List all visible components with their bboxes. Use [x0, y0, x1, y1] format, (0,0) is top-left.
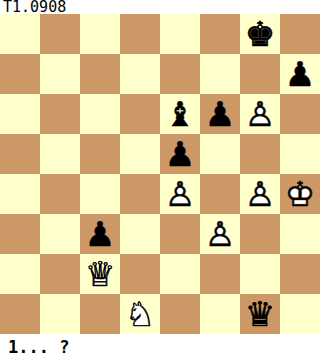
- square-a1[interactable]: [0, 294, 40, 334]
- square-c6[interactable]: [80, 94, 120, 134]
- chess-board: ♚♟♝♟♟♙♟♟♙♟♙♚♔♟♟♙♛♕♞♘♛: [0, 14, 320, 334]
- square-f7[interactable]: [200, 54, 240, 94]
- white-knight-piece: ♞♘: [120, 294, 160, 334]
- square-c2[interactable]: ♛♕: [80, 254, 120, 294]
- black-queen-piece: ♛: [240, 294, 280, 334]
- black-pawn-piece: ♟: [200, 94, 240, 134]
- black-bishop-piece: ♝: [160, 94, 200, 134]
- square-h8[interactable]: [280, 14, 320, 54]
- square-g2[interactable]: [240, 254, 280, 294]
- white-pawn-piece: ♟♙: [240, 94, 280, 134]
- square-b3[interactable]: [40, 214, 80, 254]
- square-e5[interactable]: ♟: [160, 134, 200, 174]
- square-d4[interactable]: [120, 174, 160, 214]
- square-f1[interactable]: [200, 294, 240, 334]
- white-pawn-piece: ♟♙: [160, 174, 200, 214]
- square-d5[interactable]: [120, 134, 160, 174]
- black-pawn-piece: ♟: [160, 134, 200, 174]
- square-f3[interactable]: ♟♙: [200, 214, 240, 254]
- square-f8[interactable]: [200, 14, 240, 54]
- square-b7[interactable]: [40, 54, 80, 94]
- square-b4[interactable]: [40, 174, 80, 214]
- white-queen-piece: ♛♕: [80, 254, 120, 294]
- square-b8[interactable]: [40, 14, 80, 54]
- black-pawn-piece: ♟: [280, 54, 320, 94]
- white-pawn-piece: ♟♙: [240, 174, 280, 214]
- square-a2[interactable]: [0, 254, 40, 294]
- square-e7[interactable]: [160, 54, 200, 94]
- square-g6[interactable]: ♟♙: [240, 94, 280, 134]
- puzzle-id: T1.0908: [0, 0, 320, 14]
- white-king-piece: ♚♔: [280, 174, 320, 214]
- square-a5[interactable]: [0, 134, 40, 174]
- square-d2[interactable]: [120, 254, 160, 294]
- black-pawn-piece: ♟: [80, 214, 120, 254]
- black-king-piece: ♚: [240, 14, 280, 54]
- square-c8[interactable]: [80, 14, 120, 54]
- square-e2[interactable]: [160, 254, 200, 294]
- square-b1[interactable]: [40, 294, 80, 334]
- square-c5[interactable]: [80, 134, 120, 174]
- square-b6[interactable]: [40, 94, 80, 134]
- square-b2[interactable]: [40, 254, 80, 294]
- square-a7[interactable]: [0, 54, 40, 94]
- square-e1[interactable]: [160, 294, 200, 334]
- square-c1[interactable]: [80, 294, 120, 334]
- square-d8[interactable]: [120, 14, 160, 54]
- square-h4[interactable]: ♚♔: [280, 174, 320, 214]
- square-h5[interactable]: [280, 134, 320, 174]
- square-d1[interactable]: ♞♘: [120, 294, 160, 334]
- square-c7[interactable]: [80, 54, 120, 94]
- square-a8[interactable]: [0, 14, 40, 54]
- white-pawn-piece: ♟♙: [200, 214, 240, 254]
- square-b5[interactable]: [40, 134, 80, 174]
- square-a6[interactable]: [0, 94, 40, 134]
- square-h3[interactable]: [280, 214, 320, 254]
- square-g8[interactable]: ♚: [240, 14, 280, 54]
- square-d3[interactable]: [120, 214, 160, 254]
- square-f5[interactable]: [200, 134, 240, 174]
- square-h1[interactable]: [280, 294, 320, 334]
- square-h6[interactable]: [280, 94, 320, 134]
- square-g3[interactable]: [240, 214, 280, 254]
- square-e6[interactable]: ♝: [160, 94, 200, 134]
- square-e8[interactable]: [160, 14, 200, 54]
- square-h7[interactable]: ♟: [280, 54, 320, 94]
- square-a3[interactable]: [0, 214, 40, 254]
- square-c4[interactable]: [80, 174, 120, 214]
- square-f4[interactable]: [200, 174, 240, 214]
- square-g5[interactable]: [240, 134, 280, 174]
- square-h2[interactable]: [280, 254, 320, 294]
- square-g4[interactable]: ♟♙: [240, 174, 280, 214]
- square-g1[interactable]: ♛: [240, 294, 280, 334]
- square-f2[interactable]: [200, 254, 240, 294]
- square-a4[interactable]: [0, 174, 40, 214]
- square-d6[interactable]: [120, 94, 160, 134]
- square-g7[interactable]: [240, 54, 280, 94]
- square-f6[interactable]: ♟: [200, 94, 240, 134]
- square-e3[interactable]: [160, 214, 200, 254]
- square-c3[interactable]: ♟: [80, 214, 120, 254]
- square-e4[interactable]: ♟♙: [160, 174, 200, 214]
- square-d7[interactable]: [120, 54, 160, 94]
- move-prompt: 1... ?: [0, 334, 320, 360]
